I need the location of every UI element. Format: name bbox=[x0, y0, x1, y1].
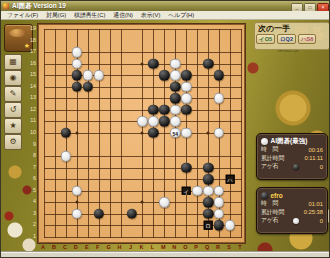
column-letter: H bbox=[118, 244, 122, 250]
column-letter: O bbox=[183, 244, 187, 250]
candidate-move-O5[interactable]: イO5 bbox=[256, 34, 275, 44]
column-letter: R bbox=[216, 244, 220, 250]
menu-bar: ファイル(F)対局(G)棋譜再生(C)通信(N)表示(V)ヘルプ(H) bbox=[1, 11, 330, 20]
settings-button[interactable]: ⚙ bbox=[4, 134, 22, 150]
black-stone-icon bbox=[261, 192, 268, 199]
white-stone-icon bbox=[261, 138, 268, 145]
time-value: 01:01 bbox=[308, 201, 323, 207]
menu-item[interactable]: 通信(N) bbox=[109, 11, 137, 20]
menu-item[interactable]: ヘルプ(H) bbox=[164, 11, 198, 20]
column-letter: F bbox=[96, 244, 99, 250]
row-number: 15 bbox=[27, 71, 36, 77]
row-number: 14 bbox=[27, 83, 36, 89]
row-number: 4 bbox=[27, 198, 36, 204]
column-letter: S bbox=[227, 244, 231, 250]
row-number: 8 bbox=[27, 152, 36, 158]
row-number: 11 bbox=[27, 117, 36, 123]
go-bowl-icon bbox=[9, 29, 26, 37]
star-point bbox=[141, 201, 144, 204]
column-letter: B bbox=[52, 244, 56, 250]
next-move-title: 次の一手 bbox=[258, 23, 290, 34]
star-point bbox=[141, 62, 144, 65]
column-letter: J bbox=[129, 244, 132, 250]
row-number: 1 bbox=[27, 233, 36, 239]
edit-button[interactable]: ✎ bbox=[4, 86, 22, 102]
board-button[interactable]: ▦ bbox=[4, 54, 22, 70]
stones-button[interactable]: ◉ bbox=[4, 70, 22, 86]
star-point bbox=[141, 132, 144, 135]
next-move-marker-Q2[interactable]: ロ bbox=[204, 221, 213, 230]
row-number: 13 bbox=[27, 94, 36, 100]
column-letter: E bbox=[85, 244, 89, 250]
row-number: 3 bbox=[27, 210, 36, 216]
next-move-candidates: イO5ロQ2ハS6 bbox=[256, 34, 316, 44]
row-number: 7 bbox=[27, 164, 36, 170]
black-player-name: efro bbox=[271, 192, 283, 199]
star-point bbox=[75, 132, 78, 135]
menu-item[interactable]: 棋譜再生(C) bbox=[70, 11, 109, 20]
star-point bbox=[75, 201, 78, 204]
undo-button[interactable]: ↺ bbox=[4, 102, 22, 118]
column-letter: A bbox=[41, 244, 45, 250]
column-letter: C bbox=[63, 244, 67, 250]
app-icon bbox=[3, 3, 9, 9]
row-number: 2 bbox=[27, 221, 36, 227]
row-number: 10 bbox=[27, 129, 36, 135]
captured-stone-icon bbox=[293, 164, 299, 170]
column-letter: D bbox=[74, 244, 78, 250]
app-window: AI囲碁 Version 19 _ □ × ファイル(F)対局(G)棋譜再生(C… bbox=[0, 0, 330, 258]
next-move-marker-S6[interactable]: ハ bbox=[226, 175, 235, 184]
menu-item[interactable]: ファイル(F) bbox=[3, 11, 42, 20]
column-letter: N bbox=[172, 244, 176, 250]
menu-item[interactable]: 表示(V) bbox=[137, 11, 164, 20]
last-move-number: 54 bbox=[171, 129, 179, 139]
captures-value: 0 bbox=[320, 218, 323, 224]
total-time-value: 0:25:38 bbox=[304, 209, 323, 215]
column-letter: P bbox=[194, 244, 198, 250]
column-letter: M bbox=[161, 244, 166, 250]
next-move-marker-O5[interactable]: イ bbox=[182, 186, 191, 195]
menu-item[interactable]: 対局(G) bbox=[42, 11, 70, 20]
captures-label: アゲ石 bbox=[261, 162, 291, 171]
black-player-panel: efro 時 間01:01 累計時間0:25:38 アゲ石0 bbox=[256, 187, 328, 234]
column-letter: Q bbox=[205, 244, 209, 250]
main-area: ★ ▦◉✎↺★⚙ 54イロハ ABCDEFGHJKLMNOPQRST191817… bbox=[1, 20, 330, 251]
row-number: 16 bbox=[27, 60, 36, 66]
white-player-name: AI囲碁(最強) bbox=[271, 137, 308, 146]
row-number: 5 bbox=[27, 187, 36, 193]
column-letter: G bbox=[107, 244, 111, 250]
row-number: 6 bbox=[27, 175, 36, 181]
white-player-panel: AI囲碁(最強) 時 間00:16 累計時間0:11:11 アゲ石0 bbox=[256, 133, 328, 180]
candidate-move-Q2[interactable]: ロQ2 bbox=[277, 34, 296, 44]
captured-stone-icon bbox=[293, 218, 299, 224]
window-title: AI囲碁 Version 19 bbox=[12, 1, 66, 11]
candidate-move-S6[interactable]: ハS6 bbox=[298, 34, 316, 44]
stone-white-N10: 54 bbox=[170, 128, 180, 138]
row-number: 12 bbox=[27, 106, 36, 112]
column-letter: L bbox=[151, 244, 154, 250]
captures-label: アゲ石 bbox=[261, 216, 291, 225]
captures-value: 0 bbox=[320, 164, 323, 170]
hint-button[interactable]: ★ bbox=[4, 118, 22, 134]
star-point bbox=[207, 132, 210, 135]
row-number: 9 bbox=[27, 141, 36, 147]
row-number: 17 bbox=[27, 48, 36, 54]
column-letter: T bbox=[238, 244, 241, 250]
total-time-value: 0:11:11 bbox=[305, 155, 323, 161]
row-number: 18 bbox=[27, 37, 36, 43]
window-titlebar: AI囲碁 Version 19 _ □ × bbox=[1, 1, 330, 11]
column-letter: K bbox=[139, 244, 143, 250]
time-value: 00:16 bbox=[308, 147, 323, 153]
status-bar bbox=[1, 251, 330, 258]
go-board: 54イロハ bbox=[38, 24, 245, 243]
row-number: 19 bbox=[27, 25, 36, 31]
